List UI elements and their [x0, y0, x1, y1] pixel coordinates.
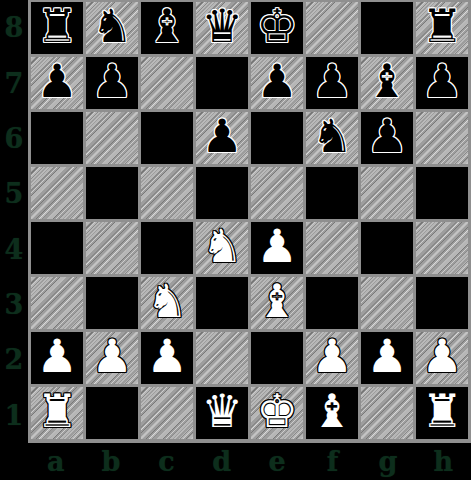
- square-c3[interactable]: ♞: [141, 277, 193, 329]
- square-f3[interactable]: [306, 277, 358, 329]
- piece-black-pawn-a7[interactable]: ♟: [36, 58, 77, 104]
- rank-label-4: 4: [0, 222, 28, 277]
- square-c1[interactable]: [141, 387, 193, 439]
- square-g3[interactable]: [361, 277, 413, 329]
- square-h3[interactable]: [416, 277, 468, 329]
- piece-black-pawn-h7[interactable]: ♟: [421, 58, 462, 104]
- square-a7[interactable]: ♟: [31, 57, 83, 109]
- square-h7[interactable]: ♟: [416, 57, 468, 109]
- square-g2[interactable]: ♟: [361, 332, 413, 384]
- piece-white-pawn-h2[interactable]: ♟: [421, 333, 462, 379]
- square-e2[interactable]: [251, 332, 303, 384]
- square-d1[interactable]: ♛: [196, 387, 248, 439]
- file-label-d: d: [194, 443, 249, 480]
- square-g5[interactable]: [361, 167, 413, 219]
- square-a3[interactable]: [31, 277, 83, 329]
- square-g7[interactable]: ♝: [361, 57, 413, 109]
- square-d6[interactable]: ♟: [196, 112, 248, 164]
- file-label-e: e: [250, 443, 305, 480]
- piece-white-pawn-e4[interactable]: ♟: [256, 223, 297, 269]
- piece-black-king-e8[interactable]: ♚: [256, 3, 297, 49]
- file-label-h: h: [416, 443, 471, 480]
- piece-black-queen-d8[interactable]: ♛: [201, 3, 242, 49]
- piece-white-rook-a1[interactable]: ♜: [36, 388, 77, 434]
- piece-black-rook-h8[interactable]: ♜: [421, 3, 462, 49]
- piece-black-pawn-d6[interactable]: ♟: [201, 113, 242, 159]
- rank-labels: 87654321: [0, 0, 28, 443]
- file-label-c: c: [139, 443, 194, 480]
- file-label-f: f: [305, 443, 360, 480]
- square-h2[interactable]: ♟: [416, 332, 468, 384]
- square-f8[interactable]: [306, 2, 358, 54]
- square-f7[interactable]: ♟: [306, 57, 358, 109]
- piece-black-bishop-c8[interactable]: ♝: [146, 3, 187, 49]
- rank-label-7: 7: [0, 55, 28, 110]
- piece-white-bishop-f1[interactable]: ♝: [311, 388, 352, 434]
- square-f4[interactable]: [306, 222, 358, 274]
- square-d8[interactable]: ♛: [196, 2, 248, 54]
- square-h4[interactable]: [416, 222, 468, 274]
- square-b7[interactable]: ♟: [86, 57, 138, 109]
- square-e7[interactable]: ♟: [251, 57, 303, 109]
- rank-label-2: 2: [0, 332, 28, 387]
- square-f1[interactable]: ♝: [306, 387, 358, 439]
- piece-white-pawn-g2[interactable]: ♟: [366, 333, 407, 379]
- square-b8[interactable]: ♞: [86, 2, 138, 54]
- square-b4[interactable]: [86, 222, 138, 274]
- piece-black-pawn-g6[interactable]: ♟: [366, 113, 407, 159]
- square-b1[interactable]: [86, 387, 138, 439]
- square-g6[interactable]: ♟: [361, 112, 413, 164]
- square-a6[interactable]: [31, 112, 83, 164]
- square-b6[interactable]: [86, 112, 138, 164]
- piece-black-bishop-g7[interactable]: ♝: [366, 58, 407, 104]
- square-a4[interactable]: [31, 222, 83, 274]
- square-h8[interactable]: ♜: [416, 2, 468, 54]
- square-h6[interactable]: [416, 112, 468, 164]
- square-c7[interactable]: [141, 57, 193, 109]
- chess-diagram: 87654321 ♜♞♝♛♚♜♟♟♟♟♝♟♟♞♟♞♟♞♝♟♟♟♟♟♟♜♛♚♝♜ …: [0, 0, 471, 480]
- square-a8[interactable]: ♜: [31, 2, 83, 54]
- square-e6[interactable]: [251, 112, 303, 164]
- square-b3[interactable]: [86, 277, 138, 329]
- square-e4[interactable]: ♟: [251, 222, 303, 274]
- square-d7[interactable]: [196, 57, 248, 109]
- square-d2[interactable]: [196, 332, 248, 384]
- square-f6[interactable]: ♞: [306, 112, 358, 164]
- square-e8[interactable]: ♚: [251, 2, 303, 54]
- square-c5[interactable]: [141, 167, 193, 219]
- chess-board[interactable]: ♜♞♝♛♚♜♟♟♟♟♝♟♟♞♟♞♟♞♝♟♟♟♟♟♟♜♛♚♝♜: [28, 0, 471, 443]
- square-e3[interactable]: ♝: [251, 277, 303, 329]
- square-b2[interactable]: ♟: [86, 332, 138, 384]
- square-c8[interactable]: ♝: [141, 2, 193, 54]
- rank-label-6: 6: [0, 111, 28, 166]
- square-h5[interactable]: [416, 167, 468, 219]
- file-label-g: g: [360, 443, 415, 480]
- square-h1[interactable]: ♜: [416, 387, 468, 439]
- square-a1[interactable]: ♜: [31, 387, 83, 439]
- square-g4[interactable]: [361, 222, 413, 274]
- square-g1[interactable]: [361, 387, 413, 439]
- piece-white-knight-c3[interactable]: ♞: [146, 278, 187, 324]
- piece-black-rook-a8[interactable]: ♜: [36, 3, 77, 49]
- rank-label-5: 5: [0, 166, 28, 221]
- square-a5[interactable]: [31, 167, 83, 219]
- piece-black-knight-b8[interactable]: ♞: [91, 3, 132, 49]
- square-a2[interactable]: ♟: [31, 332, 83, 384]
- file-labels: abcdefgh: [28, 443, 471, 480]
- piece-white-pawn-b2[interactable]: ♟: [91, 333, 132, 379]
- piece-black-knight-f6[interactable]: ♞: [311, 113, 352, 159]
- piece-white-pawn-a2[interactable]: ♟: [36, 333, 77, 379]
- square-b5[interactable]: [86, 167, 138, 219]
- square-e5[interactable]: [251, 167, 303, 219]
- square-f5[interactable]: [306, 167, 358, 219]
- square-e1[interactable]: ♚: [251, 387, 303, 439]
- piece-black-pawn-e7[interactable]: ♟: [256, 58, 297, 104]
- file-label-a: a: [28, 443, 83, 480]
- piece-black-pawn-f7[interactable]: ♟: [311, 58, 352, 104]
- square-c6[interactable]: [141, 112, 193, 164]
- square-d3[interactable]: [196, 277, 248, 329]
- square-d4[interactable]: ♞: [196, 222, 248, 274]
- piece-white-queen-d1[interactable]: ♛: [201, 388, 242, 434]
- piece-white-king-e1[interactable]: ♚: [256, 388, 297, 434]
- rank-label-1: 1: [0, 388, 28, 443]
- piece-white-pawn-f2[interactable]: ♟: [311, 333, 352, 379]
- square-g8[interactable]: [361, 2, 413, 54]
- square-c4[interactable]: [141, 222, 193, 274]
- piece-black-pawn-b7[interactable]: ♟: [91, 58, 132, 104]
- piece-white-rook-h1[interactable]: ♜: [421, 388, 462, 434]
- rank-label-8: 8: [0, 0, 28, 55]
- file-label-b: b: [83, 443, 138, 480]
- square-c2[interactable]: ♟: [141, 332, 193, 384]
- square-f2[interactable]: ♟: [306, 332, 358, 384]
- rank-label-3: 3: [0, 277, 28, 332]
- piece-white-pawn-c2[interactable]: ♟: [146, 333, 187, 379]
- square-d5[interactable]: [196, 167, 248, 219]
- piece-white-knight-d4[interactable]: ♞: [201, 223, 242, 269]
- piece-white-bishop-e3[interactable]: ♝: [256, 278, 297, 324]
